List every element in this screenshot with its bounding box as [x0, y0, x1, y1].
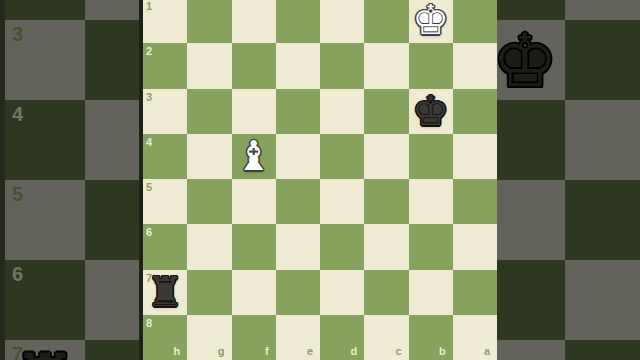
square-c7[interactable]: [364, 270, 408, 315]
square-g1[interactable]: [187, 0, 231, 43]
square-a7[interactable]: [453, 270, 497, 315]
square-b7[interactable]: [409, 270, 453, 315]
square-h2[interactable]: 2: [143, 43, 187, 88]
square-f8[interactable]: f: [232, 315, 276, 360]
black-rook[interactable]: ♜: [143, 270, 187, 315]
square-h2: 2: [5, 0, 85, 20]
file-label-b: b: [439, 346, 446, 357]
square-h8[interactable]: 8h: [143, 315, 187, 360]
square-b4[interactable]: [409, 134, 453, 179]
square-a7: [565, 340, 640, 360]
square-d5[interactable]: [320, 179, 364, 224]
rank-label-4: 4: [146, 137, 152, 148]
square-c6[interactable]: [364, 224, 408, 269]
square-f3[interactable]: [232, 89, 276, 134]
square-b3[interactable]: ♚: [409, 89, 453, 134]
square-b4: [485, 100, 565, 180]
square-e1[interactable]: [276, 0, 320, 43]
square-g7[interactable]: [187, 270, 231, 315]
square-e5[interactable]: [276, 179, 320, 224]
square-b5: [485, 180, 565, 260]
square-b5[interactable]: [409, 179, 453, 224]
square-a8[interactable]: a: [453, 315, 497, 360]
black-king: ♚: [485, 20, 565, 100]
square-f5[interactable]: [232, 179, 276, 224]
square-h4: 4: [5, 100, 85, 180]
chess-board: 1♚23♚4♝567♜8hgfedcba: [143, 0, 497, 360]
square-g8[interactable]: g: [187, 315, 231, 360]
square-a4[interactable]: [453, 134, 497, 179]
square-h1[interactable]: 1: [143, 0, 187, 43]
rank-label-1: 1: [146, 1, 152, 12]
square-g3[interactable]: [187, 89, 231, 134]
rank-label-4: 4: [12, 104, 23, 124]
square-a5: [565, 180, 640, 260]
square-d8[interactable]: d: [320, 315, 364, 360]
square-f7[interactable]: [232, 270, 276, 315]
square-a2[interactable]: [453, 43, 497, 88]
square-a6: [565, 260, 640, 340]
square-g6[interactable]: [187, 224, 231, 269]
square-c3[interactable]: [364, 89, 408, 134]
white-king[interactable]: ♚: [409, 0, 453, 43]
background-board-left-edge: [0, 0, 5, 360]
black-king[interactable]: ♚: [409, 89, 453, 134]
file-label-c: c: [395, 346, 401, 357]
square-f6[interactable]: [232, 224, 276, 269]
square-d3[interactable]: [320, 89, 364, 134]
white-bishop[interactable]: ♝: [232, 134, 276, 179]
square-h5[interactable]: 5: [143, 179, 187, 224]
file-label-g: g: [218, 346, 225, 357]
rank-label-2: 2: [146, 46, 152, 57]
square-e4[interactable]: [276, 134, 320, 179]
square-d4[interactable]: [320, 134, 364, 179]
black-rook: ♜: [5, 340, 85, 360]
square-a2: [565, 0, 640, 20]
square-h3: 3: [5, 20, 85, 100]
square-b6[interactable]: [409, 224, 453, 269]
square-c5[interactable]: [364, 179, 408, 224]
square-d6[interactable]: [320, 224, 364, 269]
square-b7: [485, 340, 565, 360]
square-e8[interactable]: e: [276, 315, 320, 360]
square-h6: 6: [5, 260, 85, 340]
square-h7: 7♜: [5, 340, 85, 360]
square-g4[interactable]: [187, 134, 231, 179]
rank-label-3: 3: [12, 24, 23, 44]
square-h6[interactable]: 6: [143, 224, 187, 269]
square-b2[interactable]: [409, 43, 453, 88]
square-h7[interactable]: 7♜: [143, 270, 187, 315]
square-c8[interactable]: c: [364, 315, 408, 360]
rank-label-6: 6: [12, 264, 23, 284]
square-a5[interactable]: [453, 179, 497, 224]
square-b2: [485, 0, 565, 20]
file-label-d: d: [351, 346, 358, 357]
rank-label-8: 8: [146, 318, 152, 329]
file-label-h: h: [174, 346, 181, 357]
square-a4: [565, 100, 640, 180]
square-b6: [485, 260, 565, 340]
square-f1[interactable]: [232, 0, 276, 43]
square-d2[interactable]: [320, 43, 364, 88]
square-h4[interactable]: 4: [143, 134, 187, 179]
rank-label-5: 5: [12, 184, 23, 204]
square-b3: ♚: [485, 20, 565, 100]
square-g2[interactable]: [187, 43, 231, 88]
square-e6[interactable]: [276, 224, 320, 269]
rank-label-3: 3: [146, 92, 152, 103]
square-c1[interactable]: [364, 0, 408, 43]
file-label-e: e: [307, 346, 313, 357]
square-d7[interactable]: [320, 270, 364, 315]
square-e7[interactable]: [276, 270, 320, 315]
square-a3: [565, 20, 640, 100]
video-frame: 1♚23♚4♝567♜8hgfedcba 1♚23♚4♝567♜8hgfedcb…: [0, 0, 640, 360]
file-label-a: a: [484, 346, 490, 357]
square-a3[interactable]: [453, 89, 497, 134]
square-e2[interactable]: [276, 43, 320, 88]
rank-label-6: 6: [146, 227, 152, 238]
square-b1[interactable]: ♚: [409, 0, 453, 43]
square-d1[interactable]: [320, 0, 364, 43]
square-h3[interactable]: 3: [143, 89, 187, 134]
square-a1[interactable]: [453, 0, 497, 43]
file-label-f: f: [265, 346, 269, 357]
square-h5: 5: [5, 180, 85, 260]
square-e3[interactable]: [276, 89, 320, 134]
square-c4[interactable]: [364, 134, 408, 179]
square-f2[interactable]: [232, 43, 276, 88]
square-f4[interactable]: ♝: [232, 134, 276, 179]
rank-label-5: 5: [146, 182, 152, 193]
square-g5[interactable]: [187, 179, 231, 224]
square-c2[interactable]: [364, 43, 408, 88]
square-b8[interactable]: b: [409, 315, 453, 360]
square-a6[interactable]: [453, 224, 497, 269]
